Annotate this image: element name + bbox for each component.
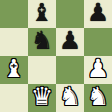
black-bishop-piece: ♝ <box>31 0 53 27</box>
board-square-r2c3[interactable]: ♟ <box>84 56 112 84</box>
white-knight-piece: ♞ <box>59 83 81 111</box>
board-square-r0c2[interactable] <box>56 0 84 28</box>
board-square-r1c1[interactable]: ♞ <box>28 28 56 56</box>
black-pawn-piece: ♟ <box>59 27 81 55</box>
white-pawn-piece: ♟ <box>87 55 109 83</box>
white-knight-piece: ♞ <box>87 83 109 111</box>
board-square-r3c2[interactable]: ♞ <box>56 84 84 112</box>
board-square-r3c1[interactable]: ♛ <box>28 84 56 112</box>
board-square-r1c3[interactable] <box>84 28 112 56</box>
board-square-r0c1[interactable]: ♝ <box>28 0 56 28</box>
board-square-r0c0[interactable] <box>0 0 28 28</box>
board-square-r2c1[interactable] <box>28 56 56 84</box>
white-queen-piece: ♛ <box>31 83 53 111</box>
board-square-r2c0[interactable]: ♝ <box>0 56 28 84</box>
board-square-r0c3[interactable]: ♟ <box>84 0 112 28</box>
chess-board: ♝♟♞♟♝♟♛♞♞ <box>0 0 112 112</box>
board-square-r2c2[interactable] <box>56 56 84 84</box>
board-square-r1c0[interactable] <box>0 28 28 56</box>
board-square-r3c0[interactable] <box>0 84 28 112</box>
board-square-r1c2[interactable]: ♟ <box>56 28 84 56</box>
white-bishop-piece: ♝ <box>3 55 25 83</box>
black-knight-piece: ♞ <box>31 27 53 55</box>
board-square-r3c3[interactable]: ♞ <box>84 84 112 112</box>
black-pawn-piece: ♟ <box>87 0 109 27</box>
